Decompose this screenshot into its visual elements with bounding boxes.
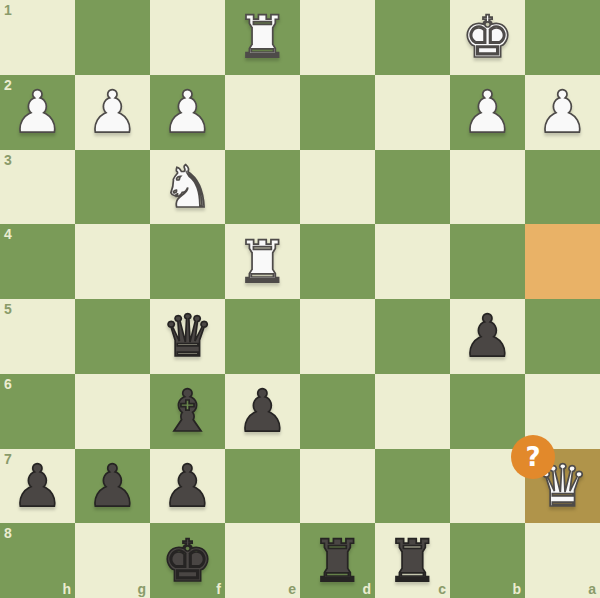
square-c6[interactable]	[375, 374, 450, 449]
square-e5[interactable]	[225, 299, 300, 374]
square-h6[interactable]: 6	[0, 374, 75, 449]
mistake-badge-icon: ?	[511, 435, 555, 479]
white-rook-icon[interactable]: ♜	[237, 233, 289, 291]
black-pawn-icon[interactable]: ♟	[12, 457, 64, 515]
square-a5[interactable]	[525, 299, 600, 374]
square-h1[interactable]: 1	[0, 0, 75, 75]
square-g8[interactable]: g	[75, 523, 150, 598]
square-f7[interactable]: ♟	[150, 449, 225, 524]
square-b2[interactable]: ♟	[450, 75, 525, 150]
square-e4[interactable]: ♜	[225, 224, 300, 299]
square-h3[interactable]: 3	[0, 150, 75, 225]
square-e8[interactable]: e	[225, 523, 300, 598]
black-rook-icon[interactable]: ♜	[387, 532, 439, 590]
square-f4[interactable]	[150, 224, 225, 299]
square-e3[interactable]	[225, 150, 300, 225]
square-c7[interactable]	[375, 449, 450, 524]
file-label-f: f	[216, 582, 221, 596]
white-knight-icon[interactable]: ♞	[162, 158, 214, 216]
black-king-icon[interactable]: ♚	[162, 532, 214, 590]
white-rook-icon[interactable]: ♜	[237, 8, 289, 66]
square-d1[interactable]	[300, 0, 375, 75]
square-b6[interactable]	[450, 374, 525, 449]
white-pawn-icon[interactable]: ♟	[162, 83, 214, 141]
chess-board: 1♜♚2♟♟♟♟♟3♞4♜5♛♟6♝♟7♟♟♟♛?8hgf♚ed♜c♜ba	[0, 0, 600, 598]
square-d7[interactable]	[300, 449, 375, 524]
black-queen-icon[interactable]: ♛	[162, 307, 214, 365]
square-a8[interactable]: a	[525, 523, 600, 598]
white-pawn-icon[interactable]: ♟	[12, 83, 64, 141]
square-a7[interactable]: ♛?	[525, 449, 600, 524]
square-g6[interactable]	[75, 374, 150, 449]
file-label-b: b	[512, 582, 521, 596]
square-g4[interactable]	[75, 224, 150, 299]
square-d5[interactable]	[300, 299, 375, 374]
square-b4[interactable]	[450, 224, 525, 299]
square-d6[interactable]	[300, 374, 375, 449]
black-rook-icon[interactable]: ♜	[312, 532, 364, 590]
square-h2[interactable]: 2♟	[0, 75, 75, 150]
file-label-a: a	[588, 582, 596, 596]
square-c2[interactable]	[375, 75, 450, 150]
square-h7[interactable]: 7♟	[0, 449, 75, 524]
square-c4[interactable]	[375, 224, 450, 299]
square-e6[interactable]: ♟	[225, 374, 300, 449]
square-d2[interactable]	[300, 75, 375, 150]
black-bishop-icon[interactable]: ♝	[162, 382, 214, 440]
rank-label-3: 3	[4, 153, 12, 167]
square-f8[interactable]: f♚	[150, 523, 225, 598]
square-b1[interactable]: ♚	[450, 0, 525, 75]
square-c1[interactable]	[375, 0, 450, 75]
square-g2[interactable]: ♟	[75, 75, 150, 150]
black-pawn-icon[interactable]: ♟	[162, 457, 214, 515]
rank-label-8: 8	[4, 526, 12, 540]
square-c8[interactable]: c♜	[375, 523, 450, 598]
square-f3[interactable]: ♞	[150, 150, 225, 225]
square-d4[interactable]	[300, 224, 375, 299]
white-king-icon[interactable]: ♚	[462, 8, 514, 66]
square-e7[interactable]	[225, 449, 300, 524]
square-b8[interactable]: b	[450, 523, 525, 598]
white-pawn-icon[interactable]: ♟	[87, 83, 139, 141]
square-h5[interactable]: 5	[0, 299, 75, 374]
file-label-e: e	[288, 582, 296, 596]
white-pawn-icon[interactable]: ♟	[537, 83, 589, 141]
white-pawn-icon[interactable]: ♟	[462, 83, 514, 141]
square-d8[interactable]: d♜	[300, 523, 375, 598]
square-c3[interactable]	[375, 150, 450, 225]
square-f6[interactable]: ♝	[150, 374, 225, 449]
rank-label-4: 4	[4, 227, 12, 241]
square-h4[interactable]: 4	[0, 224, 75, 299]
square-g1[interactable]	[75, 0, 150, 75]
file-label-d: d	[362, 582, 371, 596]
square-f2[interactable]: ♟	[150, 75, 225, 150]
square-g5[interactable]	[75, 299, 150, 374]
rank-label-6: 6	[4, 377, 12, 391]
square-g7[interactable]: ♟	[75, 449, 150, 524]
square-e2[interactable]	[225, 75, 300, 150]
square-b3[interactable]	[450, 150, 525, 225]
square-a4[interactable]	[525, 224, 600, 299]
file-label-c: c	[438, 582, 446, 596]
black-pawn-icon[interactable]: ♟	[462, 307, 514, 365]
rank-label-1: 1	[4, 3, 12, 17]
black-pawn-icon[interactable]: ♟	[237, 382, 289, 440]
square-e1[interactable]: ♜	[225, 0, 300, 75]
black-pawn-icon[interactable]: ♟	[87, 457, 139, 515]
square-d3[interactable]	[300, 150, 375, 225]
file-label-g: g	[137, 582, 146, 596]
square-b5[interactable]: ♟	[450, 299, 525, 374]
square-f5[interactable]: ♛	[150, 299, 225, 374]
square-g3[interactable]	[75, 150, 150, 225]
rank-label-5: 5	[4, 302, 12, 316]
square-c5[interactable]	[375, 299, 450, 374]
square-a2[interactable]: ♟	[525, 75, 600, 150]
square-f1[interactable]	[150, 0, 225, 75]
square-a3[interactable]	[525, 150, 600, 225]
square-a1[interactable]	[525, 0, 600, 75]
file-label-h: h	[62, 582, 71, 596]
square-h8[interactable]: 8h	[0, 523, 75, 598]
